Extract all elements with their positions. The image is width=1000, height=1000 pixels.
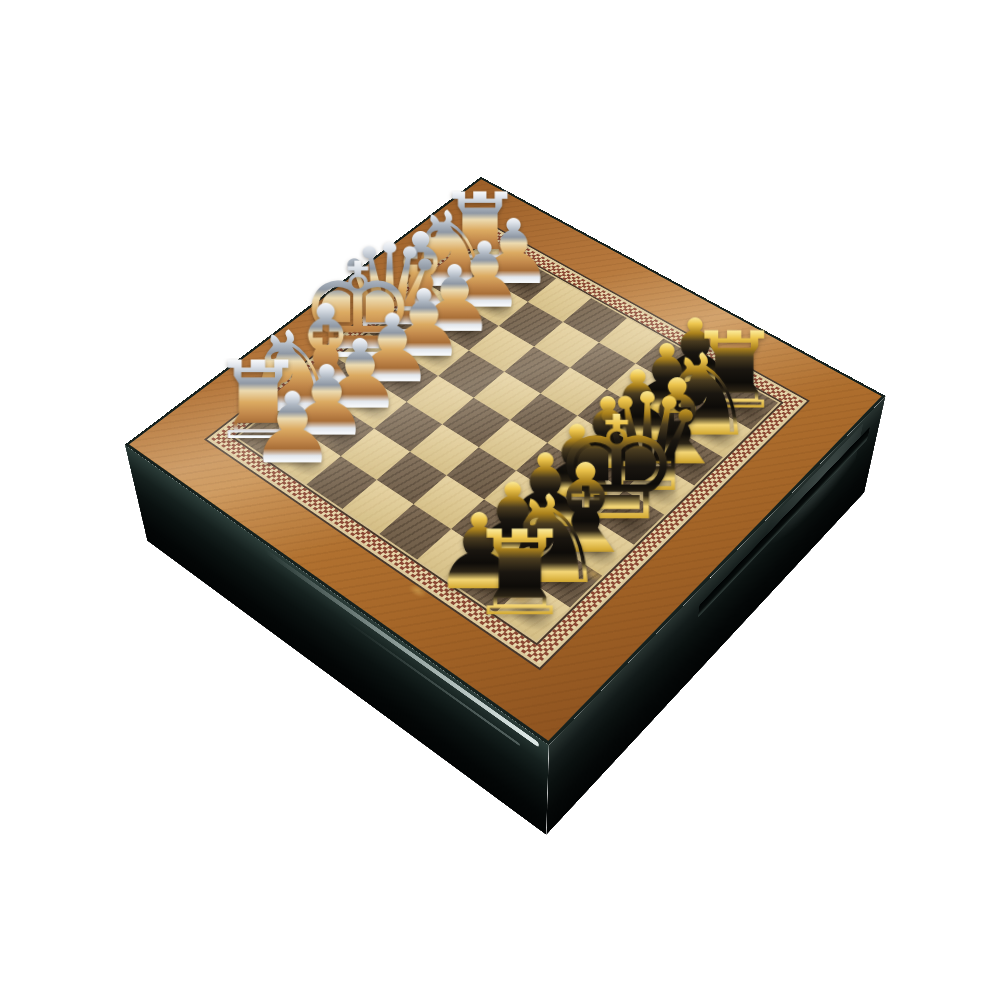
board-top-face: ♜♟♟♜♞♟♟♞♝♟♟♝♛♟♟♛♚♟♟♚♝♟♟♝♞♟♟♞♜♟♟♜ [125, 177, 886, 745]
piece-glyph: ♟ [248, 389, 336, 470]
piece-glyph: ♜ [467, 527, 572, 623]
chess-box-set: ♜♟♟♜♞♟♟♞♝♟♟♝♛♟♟♛♚♟♟♚♝♟♟♝♞♟♟♞♜♟♟♜ [125, 177, 886, 745]
square-h2[interactable]: ♟ [271, 433, 340, 484]
square-h8[interactable]: ♜ [496, 581, 570, 641]
scene: ♜♟♟♜♞♟♟♞♝♟♟♝♛♟♟♛♚♟♟♚♝♟♟♝♞♟♟♞♜♟♟♜ [0, 0, 1000, 1000]
board-grid: ♜♟♟♜♞♟♟♞♝♟♟♝♛♟♟♛♚♟♟♚♝♟♟♝♞♟♟♞♜♟♟♜ [237, 241, 778, 641]
